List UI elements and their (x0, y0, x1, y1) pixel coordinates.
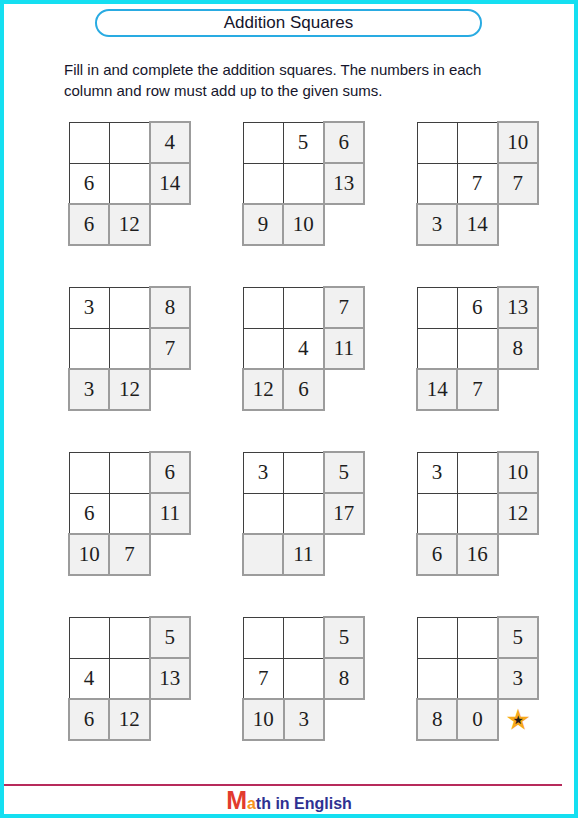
answer-cell[interactable] (284, 617, 324, 658)
answer-cell[interactable] (69, 328, 109, 369)
corner-spacer (498, 534, 538, 575)
answer-cell[interactable] (417, 658, 457, 699)
answer-cell[interactable] (69, 617, 109, 658)
row-sum-cell: 10 (498, 452, 538, 493)
answer-cell[interactable] (283, 287, 323, 328)
row-sum-cell: 3 (498, 658, 538, 699)
col-sum-cell: 6 (69, 204, 109, 245)
answer-cell[interactable] (417, 617, 457, 658)
col-sum-cell: 12 (109, 699, 149, 740)
row-sum-cell: 14 (150, 163, 190, 204)
given-cell: 6 (69, 493, 109, 534)
row-sum-cell: 5 (150, 617, 190, 658)
answer-cell[interactable] (109, 328, 150, 369)
col-sum-cell: 3 (284, 699, 324, 740)
addition-square-9: 31012616 (416, 451, 539, 576)
row-sum-cell: 8 (498, 328, 538, 369)
answer-cell[interactable] (457, 122, 497, 163)
row-sum-cell: 4 (150, 122, 190, 163)
row-sum-cell: 11 (150, 493, 190, 534)
col-sum-cell[interactable] (243, 534, 283, 575)
row-sum-cell: 6 (150, 452, 190, 493)
answer-cell[interactable] (109, 122, 149, 163)
col-sum-cell: 16 (457, 534, 497, 575)
col-sum-cell: 12 (109, 204, 149, 245)
logo-letter-m: M (226, 786, 247, 814)
brand-logo: Math in English (4, 786, 574, 815)
addition-square-6: 6138147 (416, 286, 539, 411)
instructions-line-1: Fill in and complete the addition square… (64, 59, 481, 80)
corner-spacer (324, 204, 364, 245)
row-sum-cell: 7 (150, 328, 190, 369)
answer-cell[interactable] (243, 617, 284, 658)
answer-cell[interactable] (109, 617, 149, 658)
addition-square-12: 5380★ (416, 616, 539, 741)
answer-cell[interactable] (243, 287, 283, 328)
row-sum-cell: 11 (324, 328, 364, 369)
answer-cell[interactable] (457, 493, 497, 534)
corner-spacer (150, 534, 190, 575)
addition-square-10: 5413612 (68, 616, 191, 741)
answer-cell[interactable] (284, 658, 324, 699)
answer-cell[interactable] (69, 122, 109, 163)
col-sum-cell: 3 (69, 369, 109, 410)
row-sum-cell: 7 (324, 287, 364, 328)
answer-cell[interactable] (243, 493, 283, 534)
corner-spacer (324, 369, 364, 410)
corner-spacer (498, 204, 538, 245)
answer-cell[interactable] (109, 287, 150, 328)
col-sum-cell: 0 (457, 699, 497, 740)
col-sum-cell: 6 (283, 369, 323, 410)
answer-cell[interactable] (417, 328, 457, 369)
puzzles-grid: 4614612561391010773143873127411126613814… (68, 121, 539, 741)
col-sum-cell: 9 (243, 204, 283, 245)
corner-spacer (324, 534, 364, 575)
answer-cell[interactable] (417, 493, 457, 534)
col-sum-cell: 7 (457, 369, 497, 410)
answer-cell[interactable] (417, 163, 457, 204)
answer-cell[interactable] (283, 163, 323, 204)
col-sum-cell: 3 (417, 204, 457, 245)
addition-square-4: 387312 (68, 286, 191, 411)
answer-cell[interactable] (457, 328, 497, 369)
col-sum-cell: 10 (69, 534, 109, 575)
answer-cell[interactable] (69, 452, 109, 493)
answer-cell[interactable] (417, 287, 457, 328)
corner-spacer (324, 699, 364, 740)
addition-square-3: 1077314 (416, 121, 539, 246)
answer-cell[interactable] (417, 122, 457, 163)
col-sum-cell: 10 (243, 699, 284, 740)
instructions-line-2: column and row must add up to the given … (64, 80, 481, 101)
logo-text: th in English (256, 795, 352, 812)
answer-cell[interactable] (457, 658, 497, 699)
logo-letter-a: a (247, 795, 256, 812)
col-sum-cell: 8 (417, 699, 457, 740)
given-cell: 6 (457, 287, 497, 328)
corner-spacer (150, 699, 190, 740)
answer-cell[interactable] (109, 658, 149, 699)
title-box: Addition Squares (95, 9, 482, 37)
row-sum-cell: 12 (498, 493, 538, 534)
row-sum-cell: 5 (324, 617, 364, 658)
answer-cell[interactable] (457, 452, 497, 493)
col-sum-cell: 11 (283, 534, 323, 575)
corner-spacer (150, 204, 190, 245)
answer-cell[interactable] (283, 493, 323, 534)
given-cell: 7 (457, 163, 497, 204)
page-title: Addition Squares (224, 13, 353, 33)
given-cell: 3 (69, 287, 109, 328)
given-cell: 4 (283, 328, 323, 369)
given-cell: 3 (243, 452, 283, 493)
row-sum-cell: 8 (324, 658, 364, 699)
row-sum-cell: 17 (324, 493, 364, 534)
col-sum-cell: 12 (243, 369, 283, 410)
row-sum-cell: 8 (150, 287, 190, 328)
worksheet-page: Addition Squares Fill in and complete th… (0, 0, 578, 818)
col-sum-cell: 6 (417, 534, 457, 575)
row-sum-cell: 13 (324, 163, 364, 204)
given-cell: 6 (69, 163, 109, 204)
instructions: Fill in and complete the addition square… (64, 59, 481, 101)
addition-square-11: 578103 (242, 616, 365, 741)
row-sum-cell: 13 (150, 658, 190, 699)
given-cell: 4 (69, 658, 109, 699)
row-sum-cell: 7 (498, 163, 538, 204)
given-cell: 7 (243, 658, 284, 699)
addition-square-1: 4614612 (68, 121, 191, 246)
answer-cell[interactable] (109, 493, 149, 534)
addition-square-2: 5613910 (242, 121, 365, 246)
addition-square-8: 351711 (242, 451, 365, 576)
answer-cell[interactable] (457, 617, 497, 658)
row-sum-cell: 5 (498, 617, 538, 658)
given-cell: 5 (283, 122, 323, 163)
row-sum-cell: 13 (498, 287, 538, 328)
answer-cell[interactable] (243, 122, 283, 163)
corner-spacer (150, 369, 190, 410)
col-sum-cell: 14 (417, 369, 457, 410)
col-sum-cell: 7 (109, 534, 149, 575)
answer-cell[interactable] (243, 328, 283, 369)
given-cell: 3 (417, 452, 457, 493)
col-sum-cell: 14 (457, 204, 497, 245)
addition-square-5: 7411126 (242, 286, 365, 411)
col-sum-cell: 6 (69, 699, 109, 740)
answer-cell[interactable] (109, 452, 149, 493)
answer-cell[interactable] (109, 163, 149, 204)
reward-star-icon: ★ (498, 699, 538, 740)
corner-spacer (498, 369, 538, 410)
row-sum-cell: 10 (498, 122, 538, 163)
addition-square-7: 6611107 (68, 451, 191, 576)
row-sum-cell: 5 (324, 452, 364, 493)
answer-cell[interactable] (243, 163, 283, 204)
col-sum-cell: 10 (283, 204, 323, 245)
answer-cell[interactable] (283, 452, 323, 493)
row-sum-cell: 6 (324, 122, 364, 163)
col-sum-cell: 12 (109, 369, 150, 410)
